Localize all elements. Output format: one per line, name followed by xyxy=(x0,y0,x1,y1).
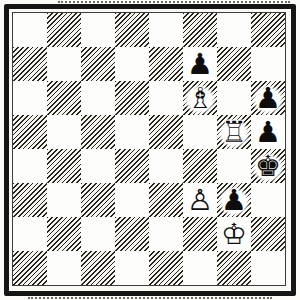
piece-black-pawn-h5[interactable]: ♟ xyxy=(251,115,285,149)
square-g7[interactable] xyxy=(217,47,251,81)
square-g4[interactable] xyxy=(217,149,251,183)
square-b3[interactable] xyxy=(47,183,81,217)
square-e8[interactable] xyxy=(149,13,183,47)
square-g5[interactable]: ♖ xyxy=(217,115,251,149)
square-e7[interactable] xyxy=(149,47,183,81)
square-c6[interactable] xyxy=(81,81,115,115)
piece-black-king-h4[interactable]: ♚ xyxy=(251,149,285,183)
square-c2[interactable] xyxy=(81,217,115,251)
piece-white-king-g2[interactable]: ♔ xyxy=(217,217,251,251)
square-a6[interactable] xyxy=(13,81,47,115)
square-a1[interactable] xyxy=(13,251,47,285)
square-g1[interactable] xyxy=(217,251,251,285)
square-f8[interactable] xyxy=(183,13,217,47)
square-b1[interactable] xyxy=(47,251,81,285)
square-g8[interactable] xyxy=(217,13,251,47)
square-a5[interactable] xyxy=(13,115,47,149)
square-b2[interactable] xyxy=(47,217,81,251)
square-g2[interactable]: ♔ xyxy=(217,217,251,251)
square-c5[interactable] xyxy=(81,115,115,149)
square-f1[interactable] xyxy=(183,251,217,285)
square-g6[interactable] xyxy=(217,81,251,115)
square-d7[interactable] xyxy=(115,47,149,81)
square-d5[interactable] xyxy=(115,115,149,149)
square-h7[interactable] xyxy=(251,47,285,81)
square-h3[interactable] xyxy=(251,183,285,217)
square-a3[interactable] xyxy=(13,183,47,217)
square-h5[interactable]: ♟ xyxy=(251,115,285,149)
square-a2[interactable] xyxy=(13,217,47,251)
square-c7[interactable] xyxy=(81,47,115,81)
square-f3[interactable]: ♙ xyxy=(183,183,217,217)
square-b5[interactable] xyxy=(47,115,81,149)
square-c8[interactable] xyxy=(81,13,115,47)
square-a7[interactable] xyxy=(13,47,47,81)
square-e1[interactable] xyxy=(149,251,183,285)
square-e5[interactable] xyxy=(149,115,183,149)
piece-white-rook-g5[interactable]: ♖ xyxy=(217,115,251,149)
square-h6[interactable]: ♟ xyxy=(251,81,285,115)
chess-board: ♟♗♟♖♟♚♙♟♔ xyxy=(12,12,286,286)
square-b8[interactable] xyxy=(47,13,81,47)
square-c4[interactable] xyxy=(81,149,115,183)
square-e6[interactable] xyxy=(149,81,183,115)
square-h4[interactable]: ♚ xyxy=(251,149,285,183)
square-c3[interactable] xyxy=(81,183,115,217)
square-d2[interactable] xyxy=(115,217,149,251)
square-h2[interactable] xyxy=(251,217,285,251)
scan-artifact-top-dotted-line xyxy=(58,1,290,3)
square-d1[interactable] xyxy=(115,251,149,285)
square-a8[interactable] xyxy=(13,13,47,47)
square-c1[interactable] xyxy=(81,251,115,285)
square-d6[interactable] xyxy=(115,81,149,115)
piece-white-bishop-f6[interactable]: ♗ xyxy=(183,81,217,115)
square-a4[interactable] xyxy=(13,149,47,183)
square-f6[interactable]: ♗ xyxy=(183,81,217,115)
square-g3[interactable]: ♟ xyxy=(217,183,251,217)
square-d3[interactable] xyxy=(115,183,149,217)
piece-black-pawn-g3[interactable]: ♟ xyxy=(217,183,251,217)
square-e3[interactable] xyxy=(149,183,183,217)
square-f7[interactable]: ♟ xyxy=(183,47,217,81)
square-d8[interactable] xyxy=(115,13,149,47)
square-f2[interactable] xyxy=(183,217,217,251)
square-f5[interactable] xyxy=(183,115,217,149)
piece-white-pawn-f3[interactable]: ♙ xyxy=(183,183,217,217)
square-h8[interactable] xyxy=(251,13,285,47)
square-h1[interactable] xyxy=(251,251,285,285)
square-b6[interactable] xyxy=(47,81,81,115)
square-e2[interactable] xyxy=(149,217,183,251)
scan-artifact-bottom-dotted-line xyxy=(28,297,272,299)
piece-black-pawn-h6[interactable]: ♟ xyxy=(251,81,285,115)
piece-black-pawn-f7[interactable]: ♟ xyxy=(183,47,217,81)
square-d4[interactable] xyxy=(115,149,149,183)
square-f4[interactable] xyxy=(183,149,217,183)
square-e4[interactable] xyxy=(149,149,183,183)
square-b7[interactable] xyxy=(47,47,81,81)
square-b4[interactable] xyxy=(47,149,81,183)
